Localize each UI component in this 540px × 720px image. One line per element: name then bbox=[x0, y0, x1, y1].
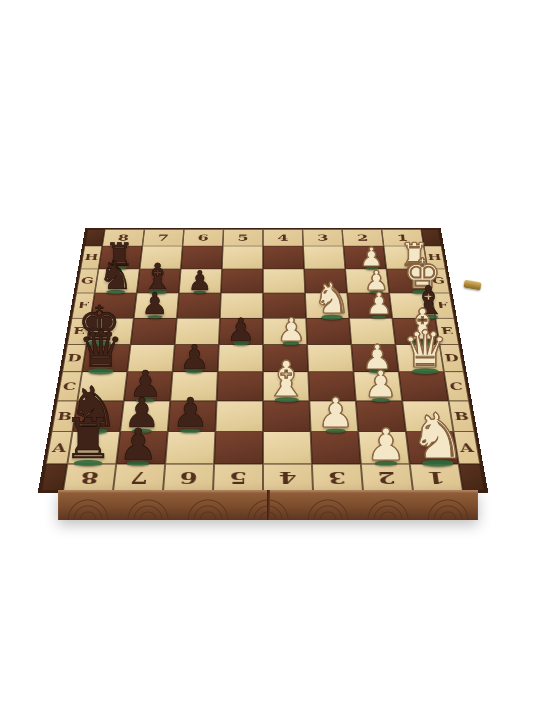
rank-label-far-5: 5 bbox=[223, 229, 263, 246]
rank-label-far-6-label: 6 bbox=[197, 233, 209, 243]
piece-black-queen-d8[interactable]: ♛ bbox=[78, 324, 124, 375]
file-label-left-G-label: G bbox=[80, 276, 94, 285]
rank-label-near-5: 5 bbox=[213, 464, 263, 491]
chess-set-photo: 87654321HHGGFFEEDDCCBBAA87654321 ♜♞♛♚♞♜♝… bbox=[0, 0, 540, 720]
piece-white-pawn-a2[interactable]: ♟ bbox=[366, 422, 405, 466]
rank-label-far-4-label: 4 bbox=[277, 233, 288, 243]
square-a4[interactable] bbox=[263, 432, 312, 464]
rank-label-far-7-label: 7 bbox=[157, 233, 169, 243]
piece-white-pawn-e4[interactable]: ♟ bbox=[277, 314, 306, 346]
piece-black-pawn-a7[interactable]: ♟ bbox=[118, 422, 157, 466]
file-label-left-H-label: H bbox=[84, 253, 99, 262]
fold-seam bbox=[267, 490, 270, 520]
rank-label-near-7-label: 7 bbox=[129, 468, 149, 487]
rank-label-near-4-label: 4 bbox=[279, 468, 297, 487]
board-front-face bbox=[58, 490, 478, 520]
square-h4[interactable] bbox=[263, 246, 304, 269]
piece-black-pawn-f7[interactable]: ♟ bbox=[141, 289, 168, 319]
piece-white-pawn-c2[interactable]: ♟ bbox=[364, 366, 397, 403]
rank-label-far-3: 3 bbox=[303, 229, 344, 246]
square-a5[interactable] bbox=[214, 432, 263, 464]
piece-white-bishop-c4[interactable]: ♝ bbox=[265, 355, 309, 404]
piece-black-knight-g8[interactable]: ♞ bbox=[98, 256, 133, 295]
piece-black-rook-a8[interactable]: ♜ bbox=[63, 411, 113, 467]
piece-white-queen-d1[interactable]: ♛ bbox=[402, 324, 448, 375]
square-h3[interactable] bbox=[303, 246, 345, 269]
piece-white-knight-f3[interactable]: ♞ bbox=[313, 278, 351, 320]
brass-clasp-icon bbox=[463, 280, 481, 291]
piece-black-pawn-g6[interactable]: ♟ bbox=[188, 267, 212, 294]
rank-label-near-2-label: 2 bbox=[377, 468, 397, 487]
rank-label-far-6: 6 bbox=[183, 229, 224, 246]
rank-label-near-6: 6 bbox=[163, 464, 214, 491]
square-e7[interactable] bbox=[131, 318, 177, 344]
square-d3[interactable] bbox=[307, 344, 353, 372]
rank-label-near-4: 4 bbox=[263, 464, 313, 491]
piece-white-pawn-b3[interactable]: ♟ bbox=[317, 393, 354, 434]
piece-white-knight-a1[interactable]: ♞ bbox=[410, 405, 466, 468]
rank-label-near-5-label: 5 bbox=[229, 468, 247, 487]
rank-label-far-3-label: 3 bbox=[317, 233, 329, 243]
square-c5[interactable] bbox=[217, 372, 263, 401]
rank-label-far-4: 4 bbox=[263, 229, 303, 246]
file-label-right-C-label: C bbox=[449, 381, 464, 392]
piece-black-pawn-e5[interactable]: ♟ bbox=[226, 314, 255, 346]
square-h5[interactable] bbox=[222, 246, 263, 269]
square-b5[interactable] bbox=[215, 401, 263, 432]
square-g5[interactable] bbox=[221, 269, 263, 293]
square-f6[interactable] bbox=[177, 293, 221, 318]
square-g4[interactable] bbox=[263, 269, 305, 293]
rank-label-far-5-label: 5 bbox=[237, 233, 248, 243]
rank-label-far-7: 7 bbox=[142, 229, 184, 246]
rank-label-near-3-label: 3 bbox=[328, 468, 347, 487]
rank-label-near-6-label: 6 bbox=[179, 468, 198, 487]
rank-label-near-3: 3 bbox=[312, 464, 363, 491]
piece-black-pawn-d6[interactable]: ♟ bbox=[179, 340, 209, 374]
piece-white-pawn-f2[interactable]: ♟ bbox=[366, 289, 393, 319]
piece-black-pawn-b6[interactable]: ♟ bbox=[172, 393, 209, 434]
